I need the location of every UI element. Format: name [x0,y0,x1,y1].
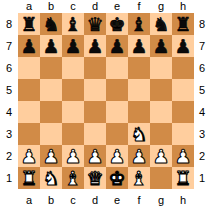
file-label-top-a: a [18,0,40,13]
square-c2[interactable]: ♟ [62,145,84,167]
square-e8[interactable]: ♚ [106,13,128,35]
square-f7[interactable]: ♟ [128,35,150,57]
square-e1[interactable]: ♚ [106,167,128,189]
rank-label-right-7: 7 [194,35,210,57]
square-g6[interactable] [150,57,172,79]
rank-label-left-1: 1 [0,167,18,189]
square-f2[interactable]: ♟ [128,145,150,167]
square-d7[interactable]: ♟ [84,35,106,57]
black-pawn-h7[interactable]: ♟ [172,35,194,57]
black-pawn-g7[interactable]: ♟ [150,35,172,57]
square-f6[interactable] [128,57,150,79]
rank-label-left-2: 2 [0,145,18,167]
square-g2[interactable]: ♟ [150,145,172,167]
square-h4[interactable] [172,101,194,123]
black-queen-d8[interactable]: ♛ [84,13,106,35]
black-rook-a8[interactable]: ♜ [18,13,40,35]
file-label-top-c: c [62,0,84,13]
square-f8[interactable]: ♝ [128,13,150,35]
square-b2[interactable]: ♟ [40,145,62,167]
square-c8[interactable]: ♝ [62,13,84,35]
rank-label-left-6: 6 [0,57,18,79]
square-c6[interactable] [62,57,84,79]
square-e6[interactable] [106,57,128,79]
black-bishop-c8[interactable]: ♝ [62,13,84,35]
square-b1[interactable]: ♞ [40,167,62,189]
rank-label-left-4: 4 [0,101,18,123]
square-a3[interactable] [18,123,40,145]
rank-label-left-8: 8 [0,13,18,35]
file-label-bottom-d: d [84,189,106,211]
square-d4[interactable] [84,101,106,123]
rank-label-right-3: 3 [194,123,210,145]
file-label-top-f: f [128,0,150,13]
square-c3[interactable] [62,123,84,145]
square-d2[interactable]: ♟ [84,145,106,167]
square-h6[interactable] [172,57,194,79]
square-d8[interactable]: ♛ [84,13,106,35]
square-f4[interactable] [128,101,150,123]
square-g7[interactable]: ♟ [150,35,172,57]
file-label-bottom-c: c [62,189,84,211]
square-e2[interactable]: ♟ [106,145,128,167]
square-c7[interactable]: ♟ [62,35,84,57]
square-b6[interactable] [40,57,62,79]
square-g4[interactable] [150,101,172,123]
black-pawn-c7[interactable]: ♟ [62,35,84,57]
white-pawn-f2[interactable]: ♟ [128,145,150,167]
white-pawn-g2[interactable]: ♟ [150,145,172,167]
square-c5[interactable] [62,79,84,101]
black-pawn-d7[interactable]: ♟ [84,35,106,57]
file-label-bottom-b: b [40,189,62,211]
chess-board: abcdefgh8♜♞♝♛♚♝♞♜87♟♟♟♟♟♟♟♟76655443♞32♟♟… [0,0,210,211]
white-pawn-d2[interactable]: ♟ [84,145,106,167]
file-label-top-d: d [84,0,106,13]
square-c1[interactable]: ♝ [62,167,84,189]
square-a1[interactable]: ♜ [18,167,40,189]
file-label-bottom-a: a [18,189,40,211]
square-a5[interactable] [18,79,40,101]
black-knight-b8[interactable]: ♞ [40,13,62,35]
square-a8[interactable]: ♜ [18,13,40,35]
square-d3[interactable] [84,123,106,145]
white-knight-f3[interactable]: ♞ [128,123,150,145]
file-label-top-h: h [172,0,194,13]
square-g8[interactable]: ♞ [150,13,172,35]
file-label-top-e: e [106,0,128,13]
square-e4[interactable] [106,101,128,123]
rank-label-right-4: 4 [194,101,210,123]
black-bishop-f8[interactable]: ♝ [128,13,150,35]
square-e7[interactable]: ♟ [106,35,128,57]
square-e3[interactable] [106,123,128,145]
black-pawn-f7[interactable]: ♟ [128,35,150,57]
black-rook-h8[interactable]: ♜ [172,13,194,35]
square-a4[interactable] [18,101,40,123]
board-corner-top-right [194,0,210,13]
file-label-bottom-h: h [172,189,194,211]
rank-label-right-2: 2 [194,145,210,167]
square-g5[interactable] [150,79,172,101]
file-label-top-b: b [40,0,62,13]
square-a6[interactable] [18,57,40,79]
file-label-bottom-e: e [106,189,128,211]
square-b7[interactable]: ♟ [40,35,62,57]
rank-label-left-3: 3 [0,123,18,145]
square-b8[interactable]: ♞ [40,13,62,35]
board-corner-bottom-left [0,189,18,211]
square-f5[interactable] [128,79,150,101]
file-label-bottom-f: f [128,189,150,211]
square-d1[interactable]: ♛ [84,167,106,189]
square-b3[interactable] [40,123,62,145]
white-rook-h1[interactable]: ♜ [172,167,194,189]
rank-label-left-7: 7 [0,35,18,57]
white-queen-d1[interactable]: ♛ [84,167,106,189]
square-d5[interactable] [84,79,106,101]
rank-label-right-5: 5 [194,79,210,101]
board-corner-bottom-right [194,189,210,211]
rank-label-right-6: 6 [194,57,210,79]
square-h1[interactable]: ♜ [172,167,194,189]
square-f1[interactable]: ♝ [128,167,150,189]
square-g1[interactable] [150,167,172,189]
rank-label-right-8: 8 [194,13,210,35]
square-b4[interactable] [40,101,62,123]
black-pawn-e7[interactable]: ♟ [106,35,128,57]
white-pawn-h2[interactable]: ♟ [172,145,194,167]
white-rook-a1[interactable]: ♜ [18,167,40,189]
square-c4[interactable] [62,101,84,123]
black-knight-g8[interactable]: ♞ [150,13,172,35]
white-pawn-b2[interactable]: ♟ [40,145,62,167]
white-pawn-a2[interactable]: ♟ [18,145,40,167]
square-g3[interactable] [150,123,172,145]
rank-label-left-5: 5 [0,79,18,101]
chess-board-page: abcdefgh8♜♞♝♛♚♝♞♜87♟♟♟♟♟♟♟♟76655443♞32♟♟… [0,0,210,211]
square-h8[interactable]: ♜ [172,13,194,35]
square-h2[interactable]: ♟ [172,145,194,167]
file-label-bottom-g: g [150,189,172,211]
square-f3[interactable]: ♞ [128,123,150,145]
square-a2[interactable]: ♟ [18,145,40,167]
white-king-e1[interactable]: ♚ [106,167,128,189]
board-corner-top-left [0,0,18,13]
square-e5[interactable] [106,79,128,101]
white-bishop-c1[interactable]: ♝ [62,167,84,189]
rank-label-right-1: 1 [194,167,210,189]
square-h3[interactable] [172,123,194,145]
white-pawn-c2[interactable]: ♟ [62,145,84,167]
square-h5[interactable] [172,79,194,101]
white-knight-b1[interactable]: ♞ [40,167,62,189]
square-b5[interactable] [40,79,62,101]
black-pawn-a7[interactable]: ♟ [18,35,40,57]
square-h7[interactable]: ♟ [172,35,194,57]
square-a7[interactable]: ♟ [18,35,40,57]
white-bishop-f1[interactable]: ♝ [128,167,150,189]
square-d6[interactable] [84,57,106,79]
white-pawn-e2[interactable]: ♟ [106,145,128,167]
file-label-top-g: g [150,0,172,13]
black-pawn-b7[interactable]: ♟ [40,35,62,57]
black-king-e8[interactable]: ♚ [106,13,128,35]
